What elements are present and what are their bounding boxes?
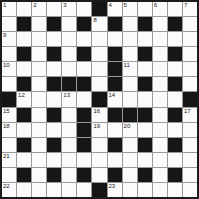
white-cell-r2c9[interactable] [123,17,137,31]
white-cell-r10c3[interactable] [32,138,46,152]
white-cell-r4c1[interactable] [2,47,16,61]
black-cell-r8c6 [77,108,91,122]
white-cell-r10c5[interactable] [62,138,76,152]
clue-number-7: 7 [184,2,187,9]
clue-number-11: 11 [124,62,130,69]
white-cell-r6c1[interactable] [2,77,16,91]
white-cell-r7c4[interactable] [47,92,61,106]
white-cell-r7c6[interactable] [77,92,91,106]
white-cell-r2c3[interactable] [32,17,46,31]
white-cell-r5c1[interactable]: 10 [2,62,16,76]
white-cell-r5c3[interactable] [32,62,46,76]
black-cell-r6c6 [77,77,91,91]
white-cell-r1c11[interactable]: 6 [153,2,167,16]
black-cell-r2c6 [77,17,91,31]
white-cell-r5c11[interactable] [153,62,167,76]
white-cell-r4c11[interactable] [153,47,167,61]
black-cell-r2c4 [47,17,61,31]
white-cell-r2c1[interactable] [2,17,16,31]
black-cell-r2c10 [138,17,152,31]
white-cell-r5c2[interactable] [17,62,31,76]
black-cell-r6c8 [108,77,122,91]
white-cell-r3c3[interactable] [32,32,46,46]
clue-number-20: 20 [124,123,131,130]
white-cell-r13c10[interactable] [138,183,152,197]
black-cell-r9c6 [77,123,91,137]
white-cell-r13c11[interactable] [153,183,167,197]
black-cell-r7c13 [183,92,197,106]
black-cell-r4c4 [47,47,61,61]
white-cell-r7c2[interactable]: 12 [17,92,31,106]
white-cell-r7c3[interactable] [32,92,46,106]
white-cell-r11c6[interactable] [77,153,91,167]
black-cell-r7c7 [92,92,106,106]
clue-number-1: 1 [3,2,6,9]
black-cell-r10c4 [47,138,61,152]
clue-number-6: 6 [154,2,157,9]
white-cell-r8c5[interactable] [62,108,76,122]
black-cell-r6c2 [17,77,31,91]
black-cell-r4c6 [77,47,91,61]
white-cell-r8c11[interactable] [153,108,167,122]
black-cell-r12c2 [17,168,31,182]
black-cell-r8c12 [168,108,182,122]
white-cell-r11c9[interactable] [123,153,137,167]
white-cell-r1c5[interactable]: 3 [62,2,76,16]
white-cell-r12c7[interactable] [92,168,106,182]
white-cell-r10c13[interactable] [183,138,197,152]
white-cell-r3c2[interactable] [17,32,31,46]
white-cell-r1c8[interactable]: 4 [108,2,122,16]
white-cell-r13c1[interactable]: 22 [2,183,16,197]
white-cell-r9c7[interactable]: 19 [92,123,106,137]
white-cell-r3c11[interactable] [153,32,167,46]
black-cell-r10c10 [138,138,152,152]
white-cell-r2c13[interactable] [183,17,197,31]
white-cell-r4c5[interactable] [62,47,76,61]
clue-number-13: 13 [63,92,70,99]
white-cell-r13c8[interactable]: 23 [108,183,122,197]
black-cell-r2c8 [108,17,122,31]
white-cell-r9c5[interactable] [62,123,76,137]
black-cell-r12c10 [138,168,152,182]
clue-number-9: 9 [3,32,6,39]
clue-number-21: 21 [3,153,10,160]
clue-number-2: 2 [33,2,36,9]
white-cell-r6c3[interactable] [32,77,46,91]
white-cell-r3c7[interactable] [92,32,106,46]
black-cell-r4c10 [138,47,152,61]
white-cell-r3c12[interactable] [168,32,182,46]
white-cell-r2c11[interactable] [153,17,167,31]
white-cell-r3c9[interactable] [123,32,137,46]
clue-number-4: 4 [109,2,112,9]
white-cell-r3c10[interactable] [138,32,152,46]
white-cell-r7c12[interactable] [168,92,182,106]
white-cell-r3c8[interactable] [108,32,122,46]
white-cell-r10c9[interactable] [123,138,137,152]
white-cell-r10c7[interactable] [92,138,106,152]
white-cell-r3c6[interactable] [77,32,91,46]
white-cell-r11c3[interactable] [32,153,46,167]
white-cell-r8c1[interactable]: 15 [2,108,16,122]
black-cell-r8c9 [123,108,137,122]
white-cell-r11c10[interactable] [138,153,152,167]
black-cell-r10c6 [77,138,91,152]
clue-number-10: 10 [3,62,10,69]
white-cell-r11c1[interactable]: 21 [2,153,16,167]
black-cell-r6c4 [47,77,61,91]
black-cell-r4c12 [168,47,182,61]
white-cell-r1c6[interactable] [77,2,91,16]
black-cell-r2c2 [17,17,31,31]
white-cell-r5c5[interactable] [62,62,76,76]
black-cell-r8c4 [47,108,61,122]
white-cell-r3c5[interactable] [62,32,76,46]
black-cell-r13c7 [92,183,106,197]
clue-number-15: 15 [3,108,10,115]
white-cell-r9c4[interactable] [47,123,61,137]
white-cell-r1c13[interactable]: 7 [183,2,197,16]
white-cell-r5c12[interactable] [168,62,182,76]
white-cell-r9c13[interactable] [183,123,197,137]
white-cell-r13c13[interactable] [183,183,197,197]
clue-number-3: 3 [63,2,66,9]
white-cell-r5c13[interactable] [183,62,197,76]
white-cell-r5c9[interactable]: 11 [123,62,137,76]
white-cell-r6c11[interactable] [153,77,167,91]
clue-number-8: 8 [93,17,96,24]
black-cell-r6c5 [62,77,76,91]
white-cell-r4c13[interactable] [183,47,197,61]
white-cell-r1c1[interactable]: 1 [2,2,16,16]
white-cell-r9c8[interactable] [108,123,122,137]
crossword-grid: 1234567891011121314151617181920212223 [0,0,199,199]
black-cell-r10c12 [168,138,182,152]
white-cell-r10c11[interactable] [153,138,167,152]
white-cell-r11c13[interactable] [183,153,197,167]
white-cell-r13c9[interactable] [123,183,137,197]
white-cell-r1c9[interactable]: 5 [123,2,137,16]
white-cell-r12c1[interactable] [2,168,16,182]
white-cell-r13c6[interactable] [77,183,91,197]
white-cell-r11c5[interactable] [62,153,76,167]
white-cell-r9c3[interactable] [32,123,46,137]
white-cell-r4c7[interactable] [92,47,106,61]
white-cell-r7c8[interactable]: 14 [108,92,122,106]
white-cell-r8c3[interactable] [32,108,46,122]
white-cell-r7c5[interactable]: 13 [62,92,76,106]
white-cell-r3c1[interactable]: 9 [2,32,16,46]
white-cell-r13c2[interactable] [17,183,31,197]
black-cell-r7c1 [2,92,16,106]
black-cell-r6c12 [168,77,182,91]
clue-number-12: 12 [18,92,25,99]
white-cell-r2c7[interactable]: 8 [92,17,106,31]
white-cell-r1c2[interactable] [17,2,31,16]
clue-number-16: 16 [93,108,100,115]
white-cell-r8c7[interactable]: 16 [92,108,106,122]
white-cell-r5c4[interactable] [47,62,61,76]
black-cell-r1c7 [92,2,106,16]
white-cell-r11c8[interactable] [108,153,122,167]
white-cell-r13c5[interactable] [62,183,76,197]
black-cell-r12c8 [108,168,122,182]
clue-number-17: 17 [184,108,191,115]
clue-number-19: 19 [93,123,100,130]
white-cell-r6c7[interactable] [92,77,106,91]
white-cell-r6c13[interactable] [183,77,197,91]
black-cell-r5c8 [108,62,122,76]
white-cell-r1c4[interactable] [47,2,61,16]
clue-number-5: 5 [124,2,127,9]
black-cell-r4c2 [17,47,31,61]
black-cell-r12c12 [168,168,182,182]
white-cell-r9c9[interactable]: 20 [123,123,137,137]
white-cell-r11c7[interactable] [92,153,106,167]
white-cell-r9c2[interactable] [17,123,31,137]
white-cell-r11c4[interactable] [47,153,61,167]
white-cell-r3c13[interactable] [183,32,197,46]
white-cell-r7c10[interactable] [138,92,152,106]
white-cell-r7c9[interactable] [123,92,137,106]
black-cell-r10c2 [17,138,31,152]
white-cell-r5c7[interactable] [92,62,106,76]
white-cell-r9c1[interactable]: 18 [2,123,16,137]
white-cell-r13c3[interactable] [32,183,46,197]
white-cell-r12c13[interactable] [183,168,197,182]
white-cell-r3c4[interactable] [47,32,61,46]
white-cell-r10c1[interactable] [2,138,16,152]
white-cell-r13c4[interactable] [47,183,61,197]
white-cell-r11c12[interactable] [168,153,182,167]
white-cell-r12c5[interactable] [62,168,76,182]
black-cell-r4c8 [108,47,122,61]
white-cell-r9c12[interactable] [168,123,182,137]
white-cell-r1c12[interactable] [168,2,182,16]
white-cell-r13c12[interactable] [168,183,182,197]
white-cell-r7c11[interactable] [153,92,167,106]
clue-number-14: 14 [109,92,116,99]
white-cell-r12c9[interactable] [123,168,137,182]
white-cell-r1c3[interactable]: 2 [32,2,46,16]
white-cell-r12c11[interactable] [153,168,167,182]
black-cell-r12c6 [77,168,91,182]
clue-number-22: 22 [3,183,10,190]
black-cell-r8c10 [138,108,152,122]
white-cell-r5c6[interactable] [77,62,91,76]
white-cell-r9c10[interactable] [138,123,152,137]
white-cell-r5c10[interactable] [138,62,152,76]
white-cell-r2c5[interactable] [62,17,76,31]
white-cell-r1c10[interactable] [138,2,152,16]
white-cell-r8c13[interactable]: 17 [183,108,197,122]
black-cell-r8c2 [17,108,31,122]
white-cell-r11c11[interactable] [153,153,167,167]
black-cell-r10c8 [108,138,122,152]
clue-number-23: 23 [109,183,116,190]
white-cell-r12c3[interactable] [32,168,46,182]
white-cell-r6c9[interactable] [123,77,137,91]
black-cell-r8c8 [108,108,122,122]
white-cell-r4c3[interactable] [32,47,46,61]
white-cell-r4c9[interactable] [123,47,137,61]
black-cell-r2c12 [168,17,182,31]
clue-number-18: 18 [3,123,10,130]
black-cell-r12c4 [47,168,61,182]
white-cell-r9c11[interactable] [153,123,167,137]
white-cell-r11c2[interactable] [17,153,31,167]
black-cell-r6c10 [138,77,152,91]
